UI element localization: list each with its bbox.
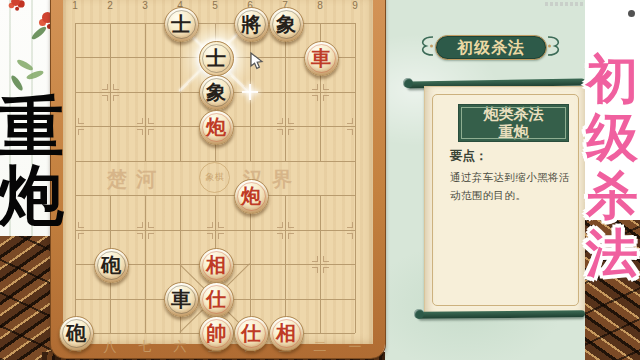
- file-label-bottom: 二: [311, 338, 329, 356]
- point-marker: [347, 222, 353, 228]
- point-marker: [218, 222, 224, 228]
- piece-black-cannon[interactable]: 砲: [59, 316, 94, 351]
- point-marker: [288, 222, 294, 228]
- point-marker: [347, 233, 353, 239]
- left-title-vertical: 重炮: [0, 94, 66, 230]
- piece-red-general[interactable]: 帥: [199, 316, 234, 351]
- lesson-panel: 初级杀法 炮类杀法 重炮 要点： 通过弃车达到缩小黑将活动范围的目的。: [385, 0, 585, 360]
- point-marker: [218, 233, 224, 239]
- xiangqi-board[interactable]: 楚河 象棋 汉界 123456789九八七六五四三二一士將象士車象炮炮砲相車仕砲…: [51, 0, 385, 358]
- point-marker: [78, 118, 84, 124]
- card-title-line1: 炮类杀法: [484, 105, 544, 123]
- point-marker: [312, 95, 318, 101]
- point-marker: [312, 267, 318, 273]
- flower-decor: [11, 0, 20, 6]
- piece-black-chariot[interactable]: 車: [164, 282, 199, 317]
- points-label: 要点：: [450, 148, 488, 165]
- piece-black-cannon[interactable]: 砲: [94, 248, 129, 283]
- point-marker: [323, 84, 329, 90]
- point-marker: [148, 222, 154, 228]
- file-label-top: 1: [66, 0, 84, 11]
- point-marker: [137, 129, 143, 135]
- point-marker: [312, 256, 318, 262]
- grid-line: [320, 195, 321, 333]
- point-marker: [277, 118, 283, 124]
- file-label-bottom: 七: [136, 338, 154, 356]
- point-marker: [78, 233, 84, 239]
- river-label-left: 楚河: [101, 166, 171, 193]
- point-marker: [347, 118, 353, 124]
- point-marker: [347, 129, 353, 135]
- point-marker: [277, 222, 283, 228]
- wood-slats-left: [0, 236, 55, 360]
- mouse-cursor: [250, 52, 264, 74]
- point-marker: [323, 95, 329, 101]
- piece-red-elephant[interactable]: 相: [269, 316, 304, 351]
- banner-scroll-decor-right: [546, 33, 564, 59]
- point-marker: [148, 129, 154, 135]
- point-marker: [288, 233, 294, 239]
- grid-line: [145, 195, 146, 333]
- piece-red-advisor[interactable]: 仕: [199, 282, 234, 317]
- point-marker: [113, 95, 119, 101]
- point-marker: [323, 267, 329, 273]
- piece-black-general[interactable]: 將: [234, 7, 269, 42]
- scroll-rod-cap: [414, 309, 424, 319]
- point-marker: [78, 129, 84, 135]
- point-marker: [113, 84, 119, 90]
- point-marker: [137, 222, 143, 228]
- point-marker: [277, 129, 283, 135]
- bamboo-leaf: [16, 58, 35, 72]
- lesson-banner: 初级杀法: [435, 35, 547, 60]
- bamboo-leaf: [30, 25, 48, 41]
- point-marker: [323, 256, 329, 262]
- point-marker: [207, 233, 213, 239]
- point-marker: [148, 118, 154, 124]
- grid-line: [285, 195, 286, 333]
- file-label-top: 2: [101, 0, 119, 11]
- piece-red-chariot[interactable]: 車: [304, 41, 339, 76]
- point-marker: [137, 233, 143, 239]
- file-label-top: 5: [206, 0, 224, 11]
- right-title-vertical: 初级杀法: [584, 50, 640, 282]
- grid-line: [250, 195, 251, 333]
- card-title-line2: 重炮: [499, 123, 529, 141]
- grid-line: [145, 23, 146, 161]
- bamboo-leaf: [26, 69, 45, 81]
- board-field[interactable]: 楚河 象棋 汉界 123456789九八七六五四三二一士將象士車象炮炮砲相車仕砲…: [63, 0, 373, 344]
- grid-line: [110, 23, 111, 161]
- record-dot: [628, 10, 635, 17]
- grid-line: [355, 23, 356, 333]
- point-marker: [277, 233, 283, 239]
- cursor-arrow-icon: [250, 52, 264, 70]
- screenshot-root: 重炮 楚河 象棋 汉界 123456789九八七六五四三二一士將象士車象炮炮砲相…: [0, 0, 640, 360]
- grid-line: [180, 23, 181, 161]
- point-marker: [312, 84, 318, 90]
- banner-scroll-decor-left: [417, 33, 435, 59]
- piece-red-elephant[interactable]: 相: [199, 248, 234, 283]
- file-label-bottom: 八: [101, 338, 119, 356]
- file-label-top: 9: [346, 0, 364, 11]
- point-marker: [78, 222, 84, 228]
- piece-black-elephant[interactable]: 象: [199, 75, 234, 110]
- points-text: 通过弃车达到缩小黑将活动范围的目的。: [450, 169, 578, 205]
- file-label-top: 3: [136, 0, 154, 11]
- piece-red-cannon[interactable]: 炮: [234, 179, 269, 214]
- point-marker: [137, 118, 143, 124]
- point-marker: [288, 129, 294, 135]
- file-label-top: 8: [311, 0, 329, 11]
- scroll-rod-bottom: [418, 310, 585, 319]
- point-marker: [288, 118, 294, 124]
- watermark-smudge: [545, 2, 583, 6]
- bamboo-leaf: [9, 74, 24, 92]
- file-label-bottom: 六: [171, 338, 189, 356]
- grid-line: [75, 23, 76, 333]
- move-hint-sparkle: [242, 84, 258, 100]
- lesson-scroll-paper: 炮类杀法 重炮 要点： 通过弃车达到缩小黑将活动范围的目的。: [424, 86, 587, 314]
- piece-red-cannon[interactable]: 炮: [199, 110, 234, 145]
- piece-black-elephant[interactable]: 象: [269, 7, 304, 42]
- piece-black-advisor[interactable]: 士: [164, 7, 199, 42]
- file-label-bottom: 一: [346, 338, 364, 356]
- card-title: 炮类杀法 重炮: [458, 104, 569, 142]
- scroll-rod-cap: [403, 78, 413, 88]
- piece-black-advisor[interactable]: 士: [199, 41, 234, 76]
- point-marker: [102, 84, 108, 90]
- point-marker: [148, 233, 154, 239]
- piece-red-advisor[interactable]: 仕: [234, 316, 269, 351]
- river-seal: 象棋: [199, 162, 230, 193]
- point-marker: [207, 222, 213, 228]
- point-marker: [102, 95, 108, 101]
- grid-line: [285, 23, 286, 161]
